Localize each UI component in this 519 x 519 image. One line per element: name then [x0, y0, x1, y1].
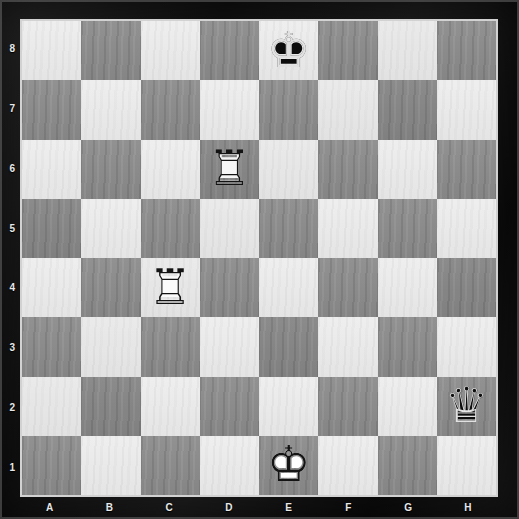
square-d1[interactable]	[200, 436, 259, 495]
square-e7[interactable]	[259, 80, 318, 139]
square-c6[interactable]	[141, 140, 200, 199]
rank-label-7: 7	[0, 79, 20, 139]
square-g5[interactable]	[378, 199, 437, 258]
white-rook-outline-icon: ♖	[207, 144, 251, 193]
square-g7[interactable]	[378, 80, 437, 139]
square-a8[interactable]	[22, 21, 81, 80]
square-e3[interactable]	[259, 317, 318, 376]
file-label-f: F	[319, 497, 379, 517]
square-h7[interactable]	[437, 80, 496, 139]
square-b3[interactable]	[81, 317, 140, 376]
square-c8[interactable]	[141, 21, 200, 80]
square-h4[interactable]	[437, 258, 496, 317]
square-b5[interactable]	[81, 199, 140, 258]
file-label-d: D	[199, 497, 259, 517]
square-c4[interactable]: ♜♖	[141, 258, 200, 317]
file-label-a: A	[20, 497, 80, 517]
file-label-c: C	[140, 497, 200, 517]
square-b2[interactable]	[81, 377, 140, 436]
white-rook-icon: ♜	[148, 262, 192, 311]
square-b6[interactable]	[81, 140, 140, 199]
square-d2[interactable]	[200, 377, 259, 436]
square-f3[interactable]	[318, 317, 377, 376]
white-king-outline-icon: ♔	[267, 440, 311, 489]
square-h1[interactable]	[437, 436, 496, 495]
square-b8[interactable]	[81, 21, 140, 80]
square-d8[interactable]	[200, 21, 259, 80]
square-f8[interactable]	[318, 21, 377, 80]
square-b1[interactable]	[81, 436, 140, 495]
square-f2[interactable]	[318, 377, 377, 436]
square-h2[interactable]: ♛♕	[437, 377, 496, 436]
rank-label-1: 1	[0, 437, 20, 497]
rank-labels: 87654321	[0, 19, 20, 497]
file-label-e: E	[259, 497, 319, 517]
piece-black-queen-h2[interactable]: ♛♕	[437, 377, 496, 436]
rank-label-4: 4	[0, 258, 20, 318]
square-e6[interactable]	[259, 140, 318, 199]
piece-white-rook-c4[interactable]: ♜♖	[141, 258, 200, 317]
square-c2[interactable]	[141, 377, 200, 436]
rank-label-3: 3	[0, 318, 20, 378]
file-label-g: G	[379, 497, 439, 517]
rank-label-2: 2	[0, 378, 20, 438]
square-g2[interactable]	[378, 377, 437, 436]
square-d5[interactable]	[200, 199, 259, 258]
square-h8[interactable]	[437, 21, 496, 80]
square-a7[interactable]	[22, 80, 81, 139]
square-b7[interactable]	[81, 80, 140, 139]
square-a6[interactable]	[22, 140, 81, 199]
square-e1[interactable]: ♚♔	[259, 436, 318, 495]
square-d3[interactable]	[200, 317, 259, 376]
square-c1[interactable]	[141, 436, 200, 495]
piece-black-king-e8[interactable]: ♚♔	[259, 21, 318, 80]
square-d4[interactable]	[200, 258, 259, 317]
square-h3[interactable]	[437, 317, 496, 376]
square-e4[interactable]	[259, 258, 318, 317]
square-f4[interactable]	[318, 258, 377, 317]
black-queen-icon: ♛	[444, 381, 488, 430]
chess-board: ♚♔♜♖♜♖♛♕♚♔	[20, 19, 498, 497]
square-a3[interactable]	[22, 317, 81, 376]
square-g1[interactable]	[378, 436, 437, 495]
rank-label-5: 5	[0, 198, 20, 258]
square-g6[interactable]	[378, 140, 437, 199]
square-b4[interactable]	[81, 258, 140, 317]
square-c5[interactable]	[141, 199, 200, 258]
square-h5[interactable]	[437, 199, 496, 258]
square-d7[interactable]	[200, 80, 259, 139]
square-a4[interactable]	[22, 258, 81, 317]
square-c3[interactable]	[141, 317, 200, 376]
square-f1[interactable]	[318, 436, 377, 495]
white-rook-icon: ♜	[207, 144, 251, 193]
white-king-icon: ♚	[267, 440, 311, 489]
square-e2[interactable]	[259, 377, 318, 436]
square-e8[interactable]: ♚♔	[259, 21, 318, 80]
square-d6[interactable]: ♜♖	[200, 140, 259, 199]
piece-white-king-e1[interactable]: ♚♔	[259, 436, 318, 495]
black-king-icon: ♚	[267, 25, 311, 74]
rank-label-8: 8	[0, 19, 20, 79]
square-h6[interactable]	[437, 140, 496, 199]
square-a5[interactable]	[22, 199, 81, 258]
file-labels: ABCDEFGH	[20, 497, 498, 517]
white-rook-outline-icon: ♖	[148, 262, 192, 311]
file-label-b: B	[80, 497, 140, 517]
square-f6[interactable]	[318, 140, 377, 199]
square-f7[interactable]	[318, 80, 377, 139]
board-frame: 87654321 ♚♔♜♖♜♖♛♕♚♔ ABCDEFGH	[0, 0, 519, 519]
black-king-outline-icon: ♔	[267, 25, 311, 74]
square-c7[interactable]	[141, 80, 200, 139]
square-a2[interactable]	[22, 377, 81, 436]
rank-label-6: 6	[0, 139, 20, 199]
file-label-h: H	[438, 497, 498, 517]
square-g8[interactable]	[378, 21, 437, 80]
square-f5[interactable]	[318, 199, 377, 258]
black-queen-outline-icon: ♕	[444, 381, 488, 430]
piece-white-rook-d6[interactable]: ♜♖	[200, 140, 259, 199]
square-e5[interactable]	[259, 199, 318, 258]
square-a1[interactable]	[22, 436, 81, 495]
square-g4[interactable]	[378, 258, 437, 317]
square-g3[interactable]	[378, 317, 437, 376]
